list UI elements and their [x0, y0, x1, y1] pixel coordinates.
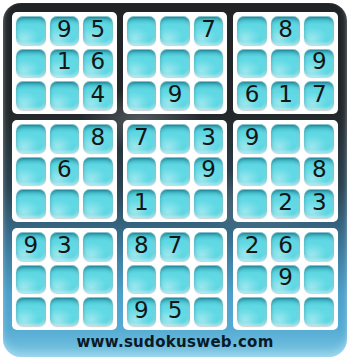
- cell-r1c5[interactable]: [160, 16, 190, 45]
- cell-r2c3[interactable]: 6: [83, 49, 113, 78]
- cell-r8c2[interactable]: [50, 265, 80, 294]
- cell-r6c7[interactable]: [237, 189, 267, 218]
- given-digit: 6: [57, 158, 72, 181]
- given-digit: 9: [201, 158, 216, 181]
- box-8: 8795: [123, 228, 228, 330]
- cell-r7c8[interactable]: 6: [271, 232, 301, 261]
- cell-r6c1[interactable]: [16, 189, 46, 218]
- cell-r4c5[interactable]: [160, 124, 190, 153]
- box-1: 95164: [12, 12, 117, 114]
- cell-r5c6[interactable]: 9: [194, 157, 224, 186]
- given-digit: 6: [245, 83, 260, 106]
- cell-r7c2[interactable]: 3: [50, 232, 80, 261]
- cell-r5c1[interactable]: [16, 157, 46, 186]
- cell-r7c7[interactable]: 2: [237, 232, 267, 261]
- given-digit: 3: [201, 126, 216, 149]
- cell-r6c2[interactable]: [50, 189, 80, 218]
- box-9: 269: [233, 228, 338, 330]
- cell-r2c9[interactable]: 9: [304, 49, 334, 78]
- cell-r4c7[interactable]: 9: [237, 124, 267, 153]
- given-digit: 7: [201, 18, 216, 41]
- given-digit: 9: [57, 18, 72, 41]
- cell-r7c4[interactable]: 8: [127, 232, 157, 261]
- cell-r8c4[interactable]: [127, 265, 157, 294]
- cell-r2c7[interactable]: [237, 49, 267, 78]
- cell-r2c6[interactable]: [194, 49, 224, 78]
- cell-r5c8[interactable]: [271, 157, 301, 186]
- cell-r6c3[interactable]: [83, 189, 113, 218]
- given-digit: 5: [168, 299, 183, 322]
- box-5: 7391: [123, 120, 228, 222]
- given-digit: 6: [278, 234, 293, 257]
- given-digit: 8: [91, 126, 106, 149]
- given-digit: 9: [245, 126, 260, 149]
- cell-r9c5[interactable]: 5: [160, 297, 190, 326]
- cell-r8c7[interactable]: [237, 265, 267, 294]
- given-digit: 3: [57, 234, 72, 257]
- given-digit: 9: [23, 234, 38, 257]
- cell-r5c3[interactable]: [83, 157, 113, 186]
- box-4: 86: [12, 120, 117, 222]
- cell-r3c3[interactable]: 4: [83, 81, 113, 110]
- given-digit: 7: [134, 126, 149, 149]
- cell-r7c5[interactable]: 7: [160, 232, 190, 261]
- cell-r8c3[interactable]: [83, 265, 113, 294]
- cell-r2c2[interactable]: 1: [50, 49, 80, 78]
- cell-r3c8[interactable]: 1: [271, 81, 301, 110]
- cell-r9c3[interactable]: [83, 297, 113, 326]
- given-digit: 6: [91, 50, 106, 73]
- cell-r4c9[interactable]: [304, 124, 334, 153]
- cell-r7c6[interactable]: [194, 232, 224, 261]
- box-2: 79: [123, 12, 228, 114]
- cell-r3c2[interactable]: [50, 81, 80, 110]
- cell-r1c3[interactable]: 5: [83, 16, 113, 45]
- cell-r1c9[interactable]: [304, 16, 334, 45]
- cell-r8c6[interactable]: [194, 265, 224, 294]
- sudoku-grid: 9516479896178673919823938795269: [12, 12, 338, 330]
- cell-r9c4[interactable]: 9: [127, 297, 157, 326]
- cell-r5c7[interactable]: [237, 157, 267, 186]
- cell-r7c3[interactable]: [83, 232, 113, 261]
- given-digit: 9: [134, 299, 149, 322]
- sudoku-board-frame: 9516479896178673919823938795269 www.sudo…: [3, 3, 347, 357]
- cell-r6c6[interactable]: [194, 189, 224, 218]
- cell-r5c9[interactable]: 8: [304, 157, 334, 186]
- cell-r4c2[interactable]: [50, 124, 80, 153]
- given-digit: 3: [312, 191, 327, 214]
- cell-r8c9[interactable]: [304, 265, 334, 294]
- cell-r8c5[interactable]: [160, 265, 190, 294]
- given-digit: 7: [168, 234, 183, 257]
- given-digit: 8: [312, 158, 327, 181]
- cell-r2c8[interactable]: [271, 49, 301, 78]
- cell-r9c9[interactable]: [304, 297, 334, 326]
- cell-r1c7[interactable]: [237, 16, 267, 45]
- given-digit: 9: [278, 266, 293, 289]
- given-digit: 4: [91, 83, 106, 106]
- cell-r7c1[interactable]: 9: [16, 232, 46, 261]
- cell-r2c1[interactable]: [16, 49, 46, 78]
- cell-r3c6[interactable]: [194, 81, 224, 110]
- box-6: 9823: [233, 120, 338, 222]
- given-digit: 8: [278, 18, 293, 41]
- cell-r2c5[interactable]: [160, 49, 190, 78]
- cell-r1c6[interactable]: 7: [194, 16, 224, 45]
- cell-r5c4[interactable]: [127, 157, 157, 186]
- cell-r9c8[interactable]: [271, 297, 301, 326]
- given-digit: 5: [91, 18, 106, 41]
- cell-r7c9[interactable]: [304, 232, 334, 261]
- cell-r8c1[interactable]: [16, 265, 46, 294]
- cell-r1c4[interactable]: [127, 16, 157, 45]
- cell-r9c2[interactable]: [50, 297, 80, 326]
- cell-r3c9[interactable]: 7: [304, 81, 334, 110]
- cell-r4c1[interactable]: [16, 124, 46, 153]
- cell-r4c8[interactable]: [271, 124, 301, 153]
- cell-r3c1[interactable]: [16, 81, 46, 110]
- cell-r5c5[interactable]: [160, 157, 190, 186]
- cell-r3c4[interactable]: [127, 81, 157, 110]
- cell-r4c6[interactable]: 3: [194, 124, 224, 153]
- cell-r2c4[interactable]: [127, 49, 157, 78]
- given-digit: 1: [134, 191, 149, 214]
- site-url[interactable]: www.sudokusweb.com: [3, 330, 347, 357]
- cell-r6c4[interactable]: 1: [127, 189, 157, 218]
- cell-r9c6[interactable]: [194, 297, 224, 326]
- cell-r3c7[interactable]: 6: [237, 81, 267, 110]
- given-digit: 2: [278, 191, 293, 214]
- given-digit: 8: [134, 234, 149, 257]
- cell-r9c1[interactable]: [16, 297, 46, 326]
- given-digit: 2: [245, 234, 260, 257]
- sudoku-page: { "game": "sudoku", "position": ".95..7.…: [0, 0, 350, 360]
- given-digit: 1: [57, 50, 72, 73]
- box-7: 93: [12, 228, 117, 330]
- given-digit: 7: [312, 83, 327, 106]
- box-3: 89617: [233, 12, 338, 114]
- cell-r3c5[interactable]: 9: [160, 81, 190, 110]
- cell-r6c9[interactable]: 3: [304, 189, 334, 218]
- cell-r1c2[interactable]: 9: [50, 16, 80, 45]
- cell-r4c4[interactable]: 7: [127, 124, 157, 153]
- given-digit: 9: [312, 50, 327, 73]
- cell-r1c1[interactable]: [16, 16, 46, 45]
- given-digit: 1: [278, 83, 293, 106]
- cell-r1c8[interactable]: 8: [271, 16, 301, 45]
- cell-r8c8[interactable]: 9: [271, 265, 301, 294]
- given-digit: 9: [168, 83, 183, 106]
- cell-r6c5[interactable]: [160, 189, 190, 218]
- cell-r6c8[interactable]: 2: [271, 189, 301, 218]
- cell-r4c3[interactable]: 8: [83, 124, 113, 153]
- cell-r5c2[interactable]: 6: [50, 157, 80, 186]
- cell-r9c7[interactable]: [237, 297, 267, 326]
